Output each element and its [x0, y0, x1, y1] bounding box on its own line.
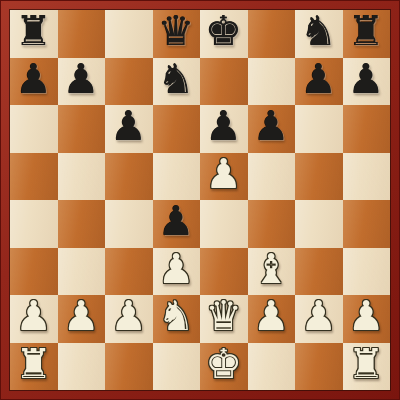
- square-b8[interactable]: [58, 10, 106, 58]
- white-pawn-piece[interactable]: ♟: [348, 295, 385, 341]
- black-pawn-piece[interactable]: ♟: [110, 105, 147, 151]
- white-pawn-piece[interactable]: ♟: [253, 295, 290, 341]
- white-queen-piece[interactable]: ♛: [205, 295, 242, 341]
- white-pawn-piece[interactable]: ♟: [63, 295, 100, 341]
- square-b6[interactable]: [58, 105, 106, 153]
- square-a3[interactable]: [10, 248, 58, 296]
- square-a8[interactable]: ♜: [10, 10, 58, 58]
- square-g8[interactable]: ♞: [295, 10, 343, 58]
- black-pawn-piece[interactable]: ♟: [15, 58, 52, 104]
- square-g6[interactable]: [295, 105, 343, 153]
- square-a5[interactable]: [10, 153, 58, 201]
- square-a4[interactable]: [10, 200, 58, 248]
- square-b2[interactable]: ♟: [58, 295, 106, 343]
- square-e1[interactable]: ♚: [200, 343, 248, 391]
- square-c1[interactable]: [105, 343, 153, 391]
- square-f4[interactable]: [248, 200, 296, 248]
- square-f8[interactable]: [248, 10, 296, 58]
- square-g3[interactable]: [295, 248, 343, 296]
- square-h2[interactable]: ♟: [343, 295, 391, 343]
- white-knight-piece[interactable]: ♞: [158, 295, 195, 341]
- black-rook-piece[interactable]: ♜: [348, 10, 385, 56]
- square-g7[interactable]: ♟: [295, 58, 343, 106]
- square-g2[interactable]: ♟: [295, 295, 343, 343]
- white-pawn-piece[interactable]: ♟: [158, 248, 195, 294]
- square-d5[interactable]: [153, 153, 201, 201]
- black-queen-piece[interactable]: ♛: [158, 10, 195, 56]
- square-h6[interactable]: [343, 105, 391, 153]
- black-pawn-piece[interactable]: ♟: [158, 200, 195, 246]
- square-c3[interactable]: [105, 248, 153, 296]
- white-rook-piece[interactable]: ♜: [15, 343, 52, 389]
- square-c5[interactable]: [105, 153, 153, 201]
- white-pawn-piece[interactable]: ♟: [15, 295, 52, 341]
- square-h8[interactable]: ♜: [343, 10, 391, 58]
- square-d7[interactable]: ♞: [153, 58, 201, 106]
- square-f3[interactable]: ♝: [248, 248, 296, 296]
- square-e2[interactable]: ♛: [200, 295, 248, 343]
- square-c7[interactable]: [105, 58, 153, 106]
- square-e3[interactable]: [200, 248, 248, 296]
- square-e4[interactable]: [200, 200, 248, 248]
- black-pawn-piece[interactable]: ♟: [253, 105, 290, 151]
- square-a1[interactable]: ♜: [10, 343, 58, 391]
- black-pawn-piece[interactable]: ♟: [348, 58, 385, 104]
- square-g5[interactable]: [295, 153, 343, 201]
- square-c2[interactable]: ♟: [105, 295, 153, 343]
- square-h4[interactable]: [343, 200, 391, 248]
- black-knight-piece[interactable]: ♞: [158, 58, 195, 104]
- white-pawn-piece[interactable]: ♟: [300, 295, 337, 341]
- square-d1[interactable]: [153, 343, 201, 391]
- square-e8[interactable]: ♚: [200, 10, 248, 58]
- square-d8[interactable]: ♛: [153, 10, 201, 58]
- square-a2[interactable]: ♟: [10, 295, 58, 343]
- square-d2[interactable]: ♞: [153, 295, 201, 343]
- white-rook-piece[interactable]: ♜: [348, 343, 385, 389]
- chess-board-frame: ♜♛♚♞♜♟♟♞♟♟♟♟♟♟♟♟♝♟♟♟♞♛♟♟♟♜♚♜: [0, 0, 400, 400]
- square-b4[interactable]: [58, 200, 106, 248]
- black-rook-piece[interactable]: ♜: [15, 10, 52, 56]
- square-f1[interactable]: [248, 343, 296, 391]
- white-bishop-piece[interactable]: ♝: [253, 248, 290, 294]
- square-a7[interactable]: ♟: [10, 58, 58, 106]
- white-pawn-piece[interactable]: ♟: [110, 295, 147, 341]
- square-h7[interactable]: ♟: [343, 58, 391, 106]
- white-king-piece[interactable]: ♚: [205, 343, 242, 389]
- black-knight-piece[interactable]: ♞: [300, 10, 337, 56]
- chess-board: ♜♛♚♞♜♟♟♞♟♟♟♟♟♟♟♟♝♟♟♟♞♛♟♟♟♜♚♜: [10, 10, 390, 390]
- square-e6[interactable]: ♟: [200, 105, 248, 153]
- square-f6[interactable]: ♟: [248, 105, 296, 153]
- square-c4[interactable]: [105, 200, 153, 248]
- square-f2[interactable]: ♟: [248, 295, 296, 343]
- square-b3[interactable]: [58, 248, 106, 296]
- square-h5[interactable]: [343, 153, 391, 201]
- square-g4[interactable]: [295, 200, 343, 248]
- square-f7[interactable]: [248, 58, 296, 106]
- black-pawn-piece[interactable]: ♟: [205, 105, 242, 151]
- square-b5[interactable]: [58, 153, 106, 201]
- square-h3[interactable]: [343, 248, 391, 296]
- square-g1[interactable]: [295, 343, 343, 391]
- square-f5[interactable]: [248, 153, 296, 201]
- square-d6[interactable]: [153, 105, 201, 153]
- square-e5[interactable]: ♟: [200, 153, 248, 201]
- square-b1[interactable]: [58, 343, 106, 391]
- white-pawn-piece[interactable]: ♟: [205, 153, 242, 199]
- square-b7[interactable]: ♟: [58, 58, 106, 106]
- square-e7[interactable]: [200, 58, 248, 106]
- square-c6[interactable]: ♟: [105, 105, 153, 153]
- black-pawn-piece[interactable]: ♟: [300, 58, 337, 104]
- square-d3[interactable]: ♟: [153, 248, 201, 296]
- square-c8[interactable]: [105, 10, 153, 58]
- square-h1[interactable]: ♜: [343, 343, 391, 391]
- square-a6[interactable]: [10, 105, 58, 153]
- black-king-piece[interactable]: ♚: [205, 10, 242, 56]
- black-pawn-piece[interactable]: ♟: [63, 58, 100, 104]
- square-d4[interactable]: ♟: [153, 200, 201, 248]
